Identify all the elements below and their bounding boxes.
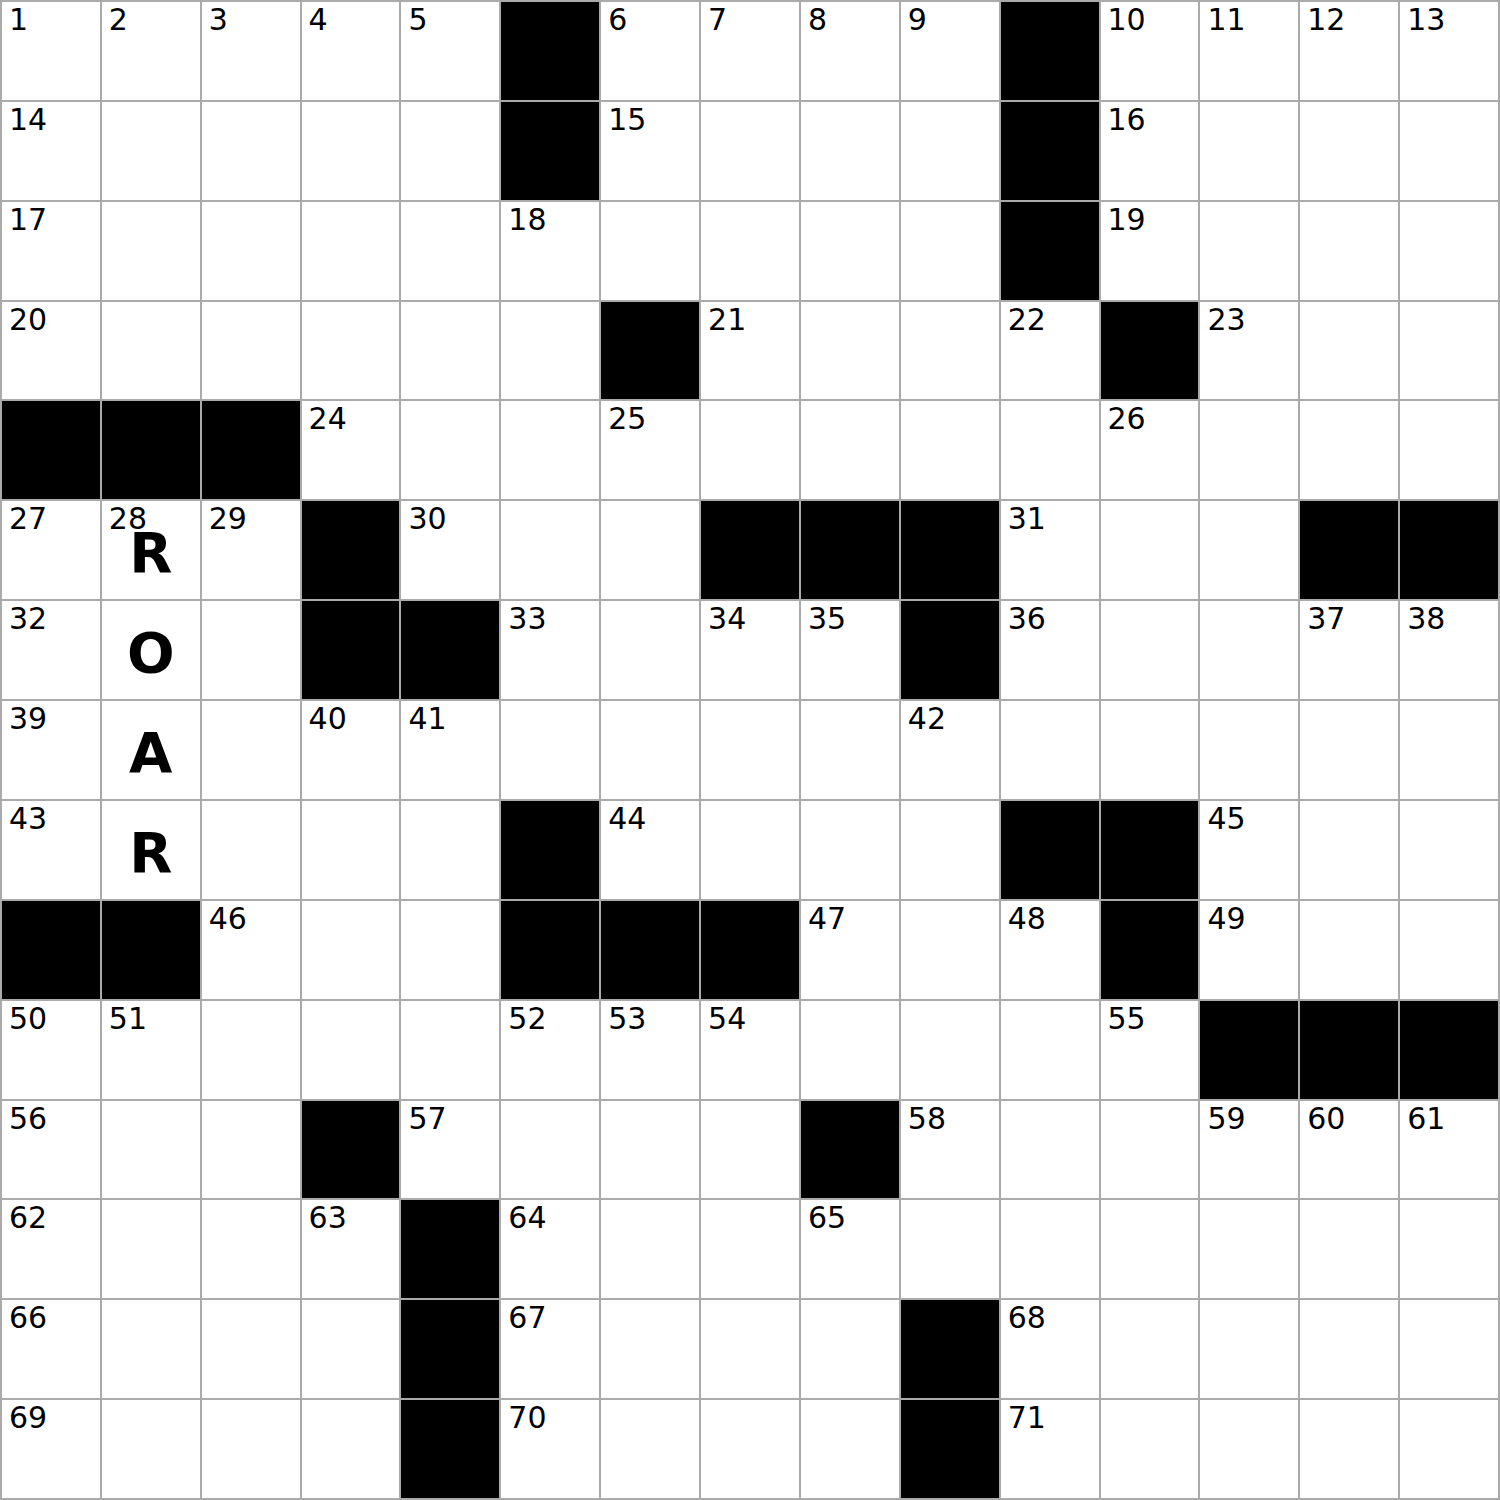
cell-r3c14[interactable]: [1300, 202, 1400, 302]
clue-number: 65: [808, 1201, 846, 1236]
clue-number: 18: [508, 203, 546, 238]
black-cell: [202, 401, 302, 501]
cell-r8c15[interactable]: [1400, 701, 1500, 801]
clue-number: 26: [1108, 402, 1146, 437]
black-cell: [302, 501, 402, 601]
clue-number: 33: [508, 602, 546, 637]
cell-r4c6[interactable]: [501, 302, 601, 402]
cell-r7c6[interactable]: 33: [501, 601, 601, 701]
cell-r12c6[interactable]: [501, 1101, 601, 1201]
cell-r1c3[interactable]: 3: [202, 2, 302, 102]
clue-number: 49: [1207, 902, 1245, 937]
cell-r11c7[interactable]: 53: [601, 1001, 701, 1101]
clue-number: 36: [1008, 602, 1046, 637]
black-cell: [501, 2, 601, 102]
black-cell: [401, 601, 501, 701]
black-cell: [1300, 501, 1400, 601]
cell-r15c2[interactable]: [102, 1400, 202, 1500]
cell-r1c15[interactable]: 13: [1400, 2, 1500, 102]
clue-number: 71: [1008, 1401, 1046, 1436]
cell-r14c15[interactable]: [1400, 1300, 1500, 1400]
clue-number: 15: [608, 103, 646, 138]
black-cell: [1101, 901, 1201, 1001]
cell-r9c1[interactable]: 43: [2, 801, 102, 901]
cell-r8c8[interactable]: [701, 701, 801, 801]
cell-r10c5[interactable]: [401, 901, 501, 1001]
clue-number: 62: [9, 1201, 47, 1236]
cell-letter: R: [129, 819, 172, 884]
cell-r8c14[interactable]: [1300, 701, 1400, 801]
cell-r7c9[interactable]: 35: [801, 601, 901, 701]
black-cell: [801, 501, 901, 601]
cell-r14c3[interactable]: [202, 1300, 302, 1400]
cell-letter: R: [129, 520, 172, 585]
cell-r2c15[interactable]: [1400, 102, 1500, 202]
cell-r7c2[interactable]: O: [102, 601, 202, 701]
clue-number: 13: [1407, 3, 1445, 38]
cell-r12c8[interactable]: [701, 1101, 801, 1201]
cell-r6c3[interactable]: 29: [202, 501, 302, 601]
cell-r14c11[interactable]: 68: [1001, 1300, 1101, 1400]
cell-r5c14[interactable]: [1300, 401, 1400, 501]
cell-r5c10[interactable]: [901, 401, 1001, 501]
clue-number: 39: [9, 702, 47, 737]
cell-r15c1[interactable]: 69: [2, 1400, 102, 1500]
black-cell: [901, 501, 1001, 601]
cell-r9c7[interactable]: 44: [601, 801, 701, 901]
black-cell: [801, 1101, 901, 1201]
black-cell: [302, 601, 402, 701]
cell-r7c1[interactable]: 32: [2, 601, 102, 701]
cell-r1c8[interactable]: 7: [701, 2, 801, 102]
cell-r15c8[interactable]: [701, 1400, 801, 1500]
cell-r9c15[interactable]: [1400, 801, 1500, 901]
cell-r15c15[interactable]: [1400, 1400, 1500, 1500]
clue-number: 52: [508, 1002, 546, 1037]
cell-r6c12[interactable]: [1101, 501, 1201, 601]
cell-r9c2[interactable]: R: [102, 801, 202, 901]
cell-r3c5[interactable]: [401, 202, 501, 302]
cell-r14c8[interactable]: [701, 1300, 801, 1400]
cell-r10c10[interactable]: [901, 901, 1001, 1001]
cell-r9c10[interactable]: [901, 801, 1001, 901]
cell-r13c10[interactable]: [901, 1200, 1001, 1300]
cell-r8c11[interactable]: [1001, 701, 1101, 801]
cell-r1c4[interactable]: 4: [302, 2, 402, 102]
cell-r2c3[interactable]: [202, 102, 302, 202]
cell-r4c4[interactable]: [302, 302, 402, 402]
cell-r2c2[interactable]: [102, 102, 202, 202]
clue-number: 48: [1008, 902, 1046, 937]
cell-r11c9[interactable]: [801, 1001, 901, 1101]
cell-r13c7[interactable]: [601, 1200, 701, 1300]
cell-r14c2[interactable]: [102, 1300, 202, 1400]
clue-number: 47: [808, 902, 846, 937]
cell-r7c14[interactable]: 37: [1300, 601, 1400, 701]
clue-number: 40: [309, 702, 347, 737]
cell-r12c5[interactable]: 57: [401, 1101, 501, 1201]
clue-number: 55: [1108, 1002, 1146, 1037]
cell-r15c7[interactable]: [601, 1400, 701, 1500]
clue-number: 9: [908, 3, 927, 38]
black-cell: [1400, 501, 1500, 601]
clue-number: 27: [9, 502, 47, 537]
cell-r6c2[interactable]: 28R: [102, 501, 202, 601]
black-cell: [701, 901, 801, 1001]
clue-number: 6: [608, 3, 627, 38]
cell-r13c14[interactable]: [1300, 1200, 1400, 1300]
clue-number: 10: [1108, 3, 1146, 38]
clue-number: 56: [9, 1102, 47, 1137]
cell-r4c5[interactable]: [401, 302, 501, 402]
black-cell: [601, 302, 701, 402]
cell-r13c1[interactable]: 62: [2, 1200, 102, 1300]
black-cell: [401, 1400, 501, 1500]
cell-r8c5[interactable]: 41: [401, 701, 501, 801]
black-cell: [1101, 801, 1201, 901]
clue-number: 68: [1008, 1301, 1046, 1336]
cell-r2c12[interactable]: 16: [1101, 102, 1201, 202]
cell-r8c12[interactable]: [1101, 701, 1201, 801]
cell-r1c5[interactable]: 5: [401, 2, 501, 102]
black-cell: [1300, 1001, 1400, 1101]
cell-r9c14[interactable]: [1300, 801, 1400, 901]
black-cell: [401, 1200, 501, 1300]
clue-number: 38: [1407, 602, 1445, 637]
cell-r3c10[interactable]: [901, 202, 1001, 302]
cell-r12c7[interactable]: [601, 1101, 701, 1201]
clue-number: 53: [608, 1002, 646, 1037]
cell-r14c13[interactable]: [1200, 1300, 1300, 1400]
clue-number: 34: [708, 602, 746, 637]
cell-r8c3[interactable]: [202, 701, 302, 801]
cell-r4c10[interactable]: [901, 302, 1001, 402]
cell-r4c15[interactable]: [1400, 302, 1500, 402]
cell-r1c9[interactable]: 8: [801, 2, 901, 102]
black-cell: [1101, 302, 1201, 402]
black-cell: [1001, 102, 1101, 202]
clue-number: 54: [708, 1002, 746, 1037]
clue-number: 12: [1307, 3, 1345, 38]
cell-r11c8[interactable]: 54: [701, 1001, 801, 1101]
cell-r10c9[interactable]: 47: [801, 901, 901, 1001]
cell-r10c3[interactable]: 46: [202, 901, 302, 1001]
cell-r2c4[interactable]: [302, 102, 402, 202]
cell-r13c6[interactable]: 64: [501, 1200, 601, 1300]
cell-r4c8[interactable]: 21: [701, 302, 801, 402]
cell-r3c13[interactable]: [1200, 202, 1300, 302]
clue-number: 17: [9, 203, 47, 238]
cell-r15c12[interactable]: [1101, 1400, 1201, 1500]
cell-r15c9[interactable]: [801, 1400, 901, 1500]
cell-r5c9[interactable]: [801, 401, 901, 501]
cell-r5c15[interactable]: [1400, 401, 1500, 501]
cell-r11c12[interactable]: 55: [1101, 1001, 1201, 1101]
clue-number: 70: [508, 1401, 546, 1436]
cell-r12c14[interactable]: 60: [1300, 1101, 1400, 1201]
cell-r7c7[interactable]: [601, 601, 701, 701]
clue-number: 31: [1008, 502, 1046, 537]
cell-r14c4[interactable]: [302, 1300, 402, 1400]
cell-r12c2[interactable]: [102, 1101, 202, 1201]
cell-r15c11[interactable]: 71: [1001, 1400, 1101, 1500]
cell-r1c10[interactable]: 9: [901, 2, 1001, 102]
cell-r2c9[interactable]: [801, 102, 901, 202]
cell-r6c13[interactable]: [1200, 501, 1300, 601]
cell-r14c7[interactable]: [601, 1300, 701, 1400]
cell-r10c13[interactable]: 49: [1200, 901, 1300, 1001]
clue-number: 1: [9, 3, 28, 38]
cell-r13c12[interactable]: [1101, 1200, 1201, 1300]
cell-r10c4[interactable]: [302, 901, 402, 1001]
cell-r7c8[interactable]: 34: [701, 601, 801, 701]
clue-number: 37: [1307, 602, 1345, 637]
cell-r11c3[interactable]: [202, 1001, 302, 1101]
cell-r2c1[interactable]: 14: [2, 102, 102, 202]
black-cell: [901, 1300, 1001, 1400]
cell-r2c8[interactable]: [701, 102, 801, 202]
cell-r5c4[interactable]: 24: [302, 401, 402, 501]
cell-r2c10[interactable]: [901, 102, 1001, 202]
cell-r7c11[interactable]: 36: [1001, 601, 1101, 701]
clue-number: 57: [408, 1102, 446, 1137]
clue-number: 61: [1407, 1102, 1445, 1137]
clue-number: 8: [808, 3, 827, 38]
cell-r13c8[interactable]: [701, 1200, 801, 1300]
clue-number: 50: [9, 1002, 47, 1037]
cell-r14c9[interactable]: [801, 1300, 901, 1400]
clue-number: 25: [608, 402, 646, 437]
cell-r12c13[interactable]: 59: [1200, 1101, 1300, 1201]
black-cell: [601, 901, 701, 1001]
cell-r6c11[interactable]: 31: [1001, 501, 1101, 601]
clue-number: 64: [508, 1201, 546, 1236]
cell-r11c11[interactable]: [1001, 1001, 1101, 1101]
cell-r1c13[interactable]: 11: [1200, 2, 1300, 102]
cell-r12c12[interactable]: [1101, 1101, 1201, 1201]
cell-r12c10[interactable]: 58: [901, 1101, 1001, 1201]
clue-number: 5: [408, 3, 427, 38]
cell-r12c3[interactable]: [202, 1101, 302, 1201]
black-cell: [2, 401, 102, 501]
cell-r14c12[interactable]: [1101, 1300, 1201, 1400]
cell-r5c7[interactable]: 25: [601, 401, 701, 501]
cell-letter: A: [129, 719, 172, 784]
cell-r11c6[interactable]: 52: [501, 1001, 601, 1101]
cell-r7c13[interactable]: [1200, 601, 1300, 701]
cell-r9c5[interactable]: [401, 801, 501, 901]
clue-number: 32: [9, 602, 47, 637]
cell-r11c1[interactable]: 50: [2, 1001, 102, 1101]
cell-r6c1[interactable]: 27: [2, 501, 102, 601]
cell-r5c5[interactable]: [401, 401, 501, 501]
cell-r3c9[interactable]: [801, 202, 901, 302]
cell-r10c11[interactable]: 48: [1001, 901, 1101, 1001]
black-cell: [701, 501, 801, 601]
cell-r3c4[interactable]: [302, 202, 402, 302]
cell-r10c14[interactable]: [1300, 901, 1400, 1001]
cell-r1c7[interactable]: 6: [601, 2, 701, 102]
cell-r15c6[interactable]: 70: [501, 1400, 601, 1500]
cell-r8c6[interactable]: [501, 701, 601, 801]
cell-r5c6[interactable]: [501, 401, 601, 501]
cell-r12c15[interactable]: 61: [1400, 1101, 1500, 1201]
black-cell: [1200, 1001, 1300, 1101]
cell-r14c6[interactable]: 67: [501, 1300, 601, 1400]
cell-r14c1[interactable]: 66: [2, 1300, 102, 1400]
clue-number: 63: [309, 1201, 347, 1236]
black-cell: [1001, 2, 1101, 102]
cell-r5c8[interactable]: [701, 401, 801, 501]
clue-number: 22: [1008, 303, 1046, 338]
cell-r10c15[interactable]: [1400, 901, 1500, 1001]
black-cell: [302, 1101, 402, 1201]
cell-r4c3[interactable]: [202, 302, 302, 402]
cell-r3c12[interactable]: 19: [1101, 202, 1201, 302]
cell-r8c9[interactable]: [801, 701, 901, 801]
cell-r8c2[interactable]: A: [102, 701, 202, 801]
cell-r3c7[interactable]: [601, 202, 701, 302]
cell-r3c2[interactable]: [102, 202, 202, 302]
cell-r1c12[interactable]: 10: [1101, 2, 1201, 102]
cell-r8c1[interactable]: 39: [2, 701, 102, 801]
clue-number: 14: [9, 103, 47, 138]
cell-r12c1[interactable]: 56: [2, 1101, 102, 1201]
clue-number: 20: [9, 303, 47, 338]
cell-r11c5[interactable]: [401, 1001, 501, 1101]
black-cell: [102, 401, 202, 501]
black-cell: [2, 901, 102, 1001]
cell-r1c2[interactable]: 2: [102, 2, 202, 102]
clue-number: 21: [708, 303, 746, 338]
black-cell: [1001, 801, 1101, 901]
cell-r12c11[interactable]: [1001, 1101, 1101, 1201]
clue-number: 59: [1207, 1102, 1245, 1137]
cell-r15c13[interactable]: [1200, 1400, 1300, 1500]
black-cell: [501, 102, 601, 202]
cell-r7c3[interactable]: [202, 601, 302, 701]
clue-number: 16: [1108, 103, 1146, 138]
black-cell: [401, 1300, 501, 1400]
cell-r4c14[interactable]: [1300, 302, 1400, 402]
cell-r13c2[interactable]: [102, 1200, 202, 1300]
clue-number: 24: [309, 402, 347, 437]
cell-r14c14[interactable]: [1300, 1300, 1400, 1400]
clue-number: 19: [1108, 203, 1146, 238]
clue-number: 43: [9, 802, 47, 837]
clue-number: 51: [109, 1002, 147, 1037]
cell-r9c4[interactable]: [302, 801, 402, 901]
clue-number: 7: [708, 3, 727, 38]
cell-r3c6[interactable]: 18: [501, 202, 601, 302]
cell-r1c14[interactable]: 12: [1300, 2, 1400, 102]
clue-number: 69: [9, 1401, 47, 1436]
cell-r8c7[interactable]: [601, 701, 701, 801]
clue-number: 45: [1207, 802, 1245, 837]
cell-r1c1[interactable]: 1: [2, 2, 102, 102]
clue-number: 3: [209, 3, 228, 38]
cell-r5c11[interactable]: [1001, 401, 1101, 501]
black-cell: [901, 1400, 1001, 1500]
clue-number: 4: [309, 3, 328, 38]
cell-r5c12[interactable]: 26: [1101, 401, 1201, 501]
cell-r9c13[interactable]: 45: [1200, 801, 1300, 901]
cell-letter: O: [127, 620, 175, 685]
clue-number: 58: [908, 1102, 946, 1137]
cell-r3c3[interactable]: [202, 202, 302, 302]
cell-r4c13[interactable]: 23: [1200, 302, 1300, 402]
cell-r8c4[interactable]: 40: [302, 701, 402, 801]
cell-r6c7[interactable]: [601, 501, 701, 601]
cell-r13c11[interactable]: [1001, 1200, 1101, 1300]
cell-r11c10[interactable]: [901, 1001, 1001, 1101]
cell-r7c15[interactable]: 38: [1400, 601, 1500, 701]
cell-r2c14[interactable]: [1300, 102, 1400, 202]
black-cell: [901, 601, 1001, 701]
cell-r3c8[interactable]: [701, 202, 801, 302]
cell-r15c3[interactable]: [202, 1400, 302, 1500]
cell-r8c10[interactable]: 42: [901, 701, 1001, 801]
cell-r9c8[interactable]: [701, 801, 801, 901]
cell-r4c9[interactable]: [801, 302, 901, 402]
cell-r6c5[interactable]: 30: [401, 501, 501, 601]
cell-r4c2[interactable]: [102, 302, 202, 402]
cell-r9c3[interactable]: [202, 801, 302, 901]
cell-r13c13[interactable]: [1200, 1200, 1300, 1300]
clue-number: 41: [408, 702, 446, 737]
cell-r13c4[interactable]: 63: [302, 1200, 402, 1300]
cell-r13c3[interactable]: [202, 1200, 302, 1300]
clue-number: 23: [1207, 303, 1245, 338]
clue-number: 66: [9, 1301, 47, 1336]
black-cell: [501, 901, 601, 1001]
black-cell: [1400, 1001, 1500, 1101]
cell-r4c11[interactable]: 22: [1001, 302, 1101, 402]
cell-r15c4[interactable]: [302, 1400, 402, 1500]
cell-r11c2[interactable]: 51: [102, 1001, 202, 1101]
clue-number: 42: [908, 702, 946, 737]
cell-r2c5[interactable]: [401, 102, 501, 202]
clue-number: 44: [608, 802, 646, 837]
clue-number: 2: [109, 3, 128, 38]
cell-r3c1[interactable]: 17: [2, 202, 102, 302]
clue-number: 30: [408, 502, 446, 537]
cell-r7c12[interactable]: [1101, 601, 1201, 701]
cell-r9c9[interactable]: [801, 801, 901, 901]
cell-r6c6[interactable]: [501, 501, 601, 601]
cell-r2c7[interactable]: 15: [601, 102, 701, 202]
clue-number: 29: [209, 502, 247, 537]
cell-r5c13[interactable]: [1200, 401, 1300, 501]
black-cell: [501, 801, 601, 901]
cell-r15c14[interactable]: [1300, 1400, 1400, 1500]
cell-r8c13[interactable]: [1200, 701, 1300, 801]
clue-number: 46: [209, 902, 247, 937]
clue-number: 60: [1307, 1102, 1345, 1137]
black-cell: [1001, 202, 1101, 302]
cell-r11c4[interactable]: [302, 1001, 402, 1101]
clue-number: 67: [508, 1301, 546, 1336]
cell-r4c1[interactable]: 20: [2, 302, 102, 402]
cell-r13c9[interactable]: 65: [801, 1200, 901, 1300]
black-cell: [102, 901, 202, 1001]
cell-r3c15[interactable]: [1400, 202, 1500, 302]
clue-number: 11: [1207, 3, 1245, 38]
clue-number: 35: [808, 602, 846, 637]
cell-r13c15[interactable]: [1400, 1200, 1500, 1300]
crossword-grid: 1234567891011121314151617181920212223242…: [0, 0, 1500, 1500]
cell-r2c13[interactable]: [1200, 102, 1300, 202]
